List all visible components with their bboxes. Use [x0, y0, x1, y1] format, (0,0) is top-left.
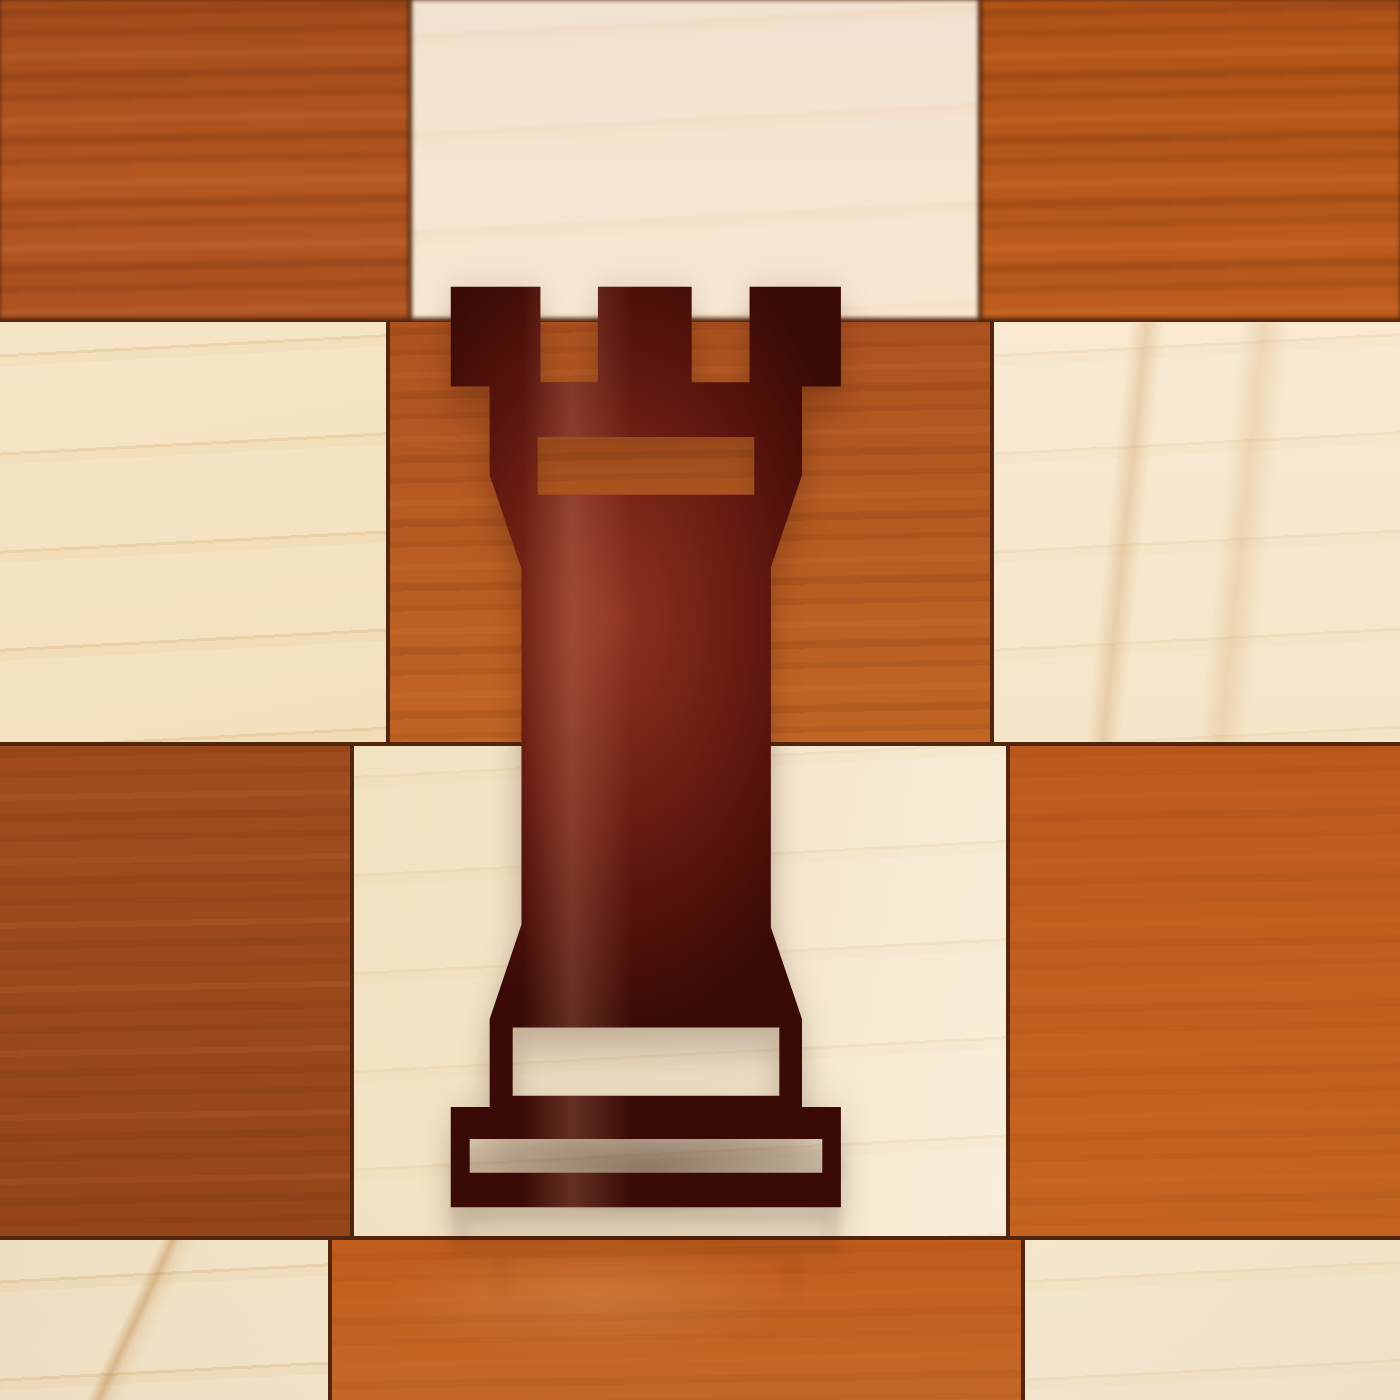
chessboard-photo: ♜ ♜ [0, 0, 1400, 1400]
square-r2c1-light [0, 322, 386, 742]
black-rook-piece: ♜ [335, 140, 956, 1400]
square-r1c3-dark [982, 0, 1400, 318]
square-r2c3-light [994, 322, 1400, 742]
square-r3c3-dark [1010, 746, 1400, 1236]
square-r3c1-dark [0, 746, 350, 1236]
square-r4c3-light [1025, 1240, 1400, 1400]
square-r4c1-light [0, 1240, 328, 1400]
